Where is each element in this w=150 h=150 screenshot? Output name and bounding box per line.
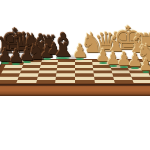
pieces-layer: ♜♚♛♞♝♜♟♟♟♞♟♟♝♟♞♛♟♝♟♚♟♝♟♜♞♟ — [0, 0, 150, 150]
chess-set-photo: ♜♚♛♞♝♜♟♟♟♞♟♟♝♟♞♛♟♝♟♚♟♝♟♜♞♟ — [0, 0, 150, 150]
white-pawn-piece: ♟ — [139, 57, 150, 73]
